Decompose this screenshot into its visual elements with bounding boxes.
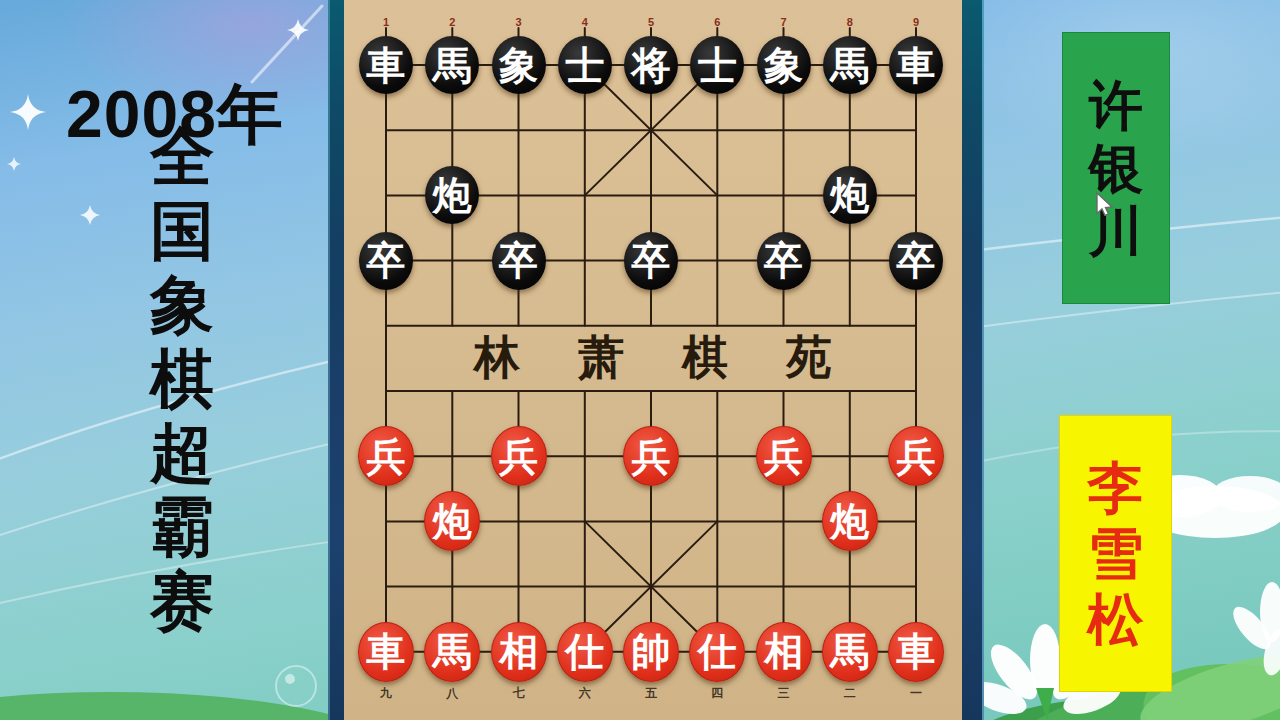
piece-black-卒-f9r4[interactable]: 卒 [889,232,943,290]
piece-red-炮-f8r8[interactable]: 炮 [822,491,878,551]
piece-black-卒-f1r4[interactable]: 卒 [359,232,413,290]
piece-black-車-f9r1[interactable]: 車 [889,36,943,94]
board-frame-right [962,0,984,720]
piece-red-兵-f1r7[interactable]: 兵 [358,426,414,486]
river-watermark-char: 林 [474,327,520,389]
event-name-vertical: 全国象棋超霸赛 [142,120,222,638]
file-label: 二 [844,685,856,702]
vertical-char: 赛 [150,564,214,638]
piece-red-兵-f7r7[interactable]: 兵 [756,426,812,486]
piece-red-馬-f2r10[interactable]: 馬 [424,622,480,682]
piece-red-車-f1r10[interactable]: 車 [358,622,414,682]
piece-black-象-f7r1[interactable]: 象 [757,36,811,94]
vertical-char: 超 [150,416,214,490]
piece-red-車-f9r10[interactable]: 車 [888,622,944,682]
piece-black-象-f3r1[interactable]: 象 [492,36,546,94]
vertical-char: 李 [1088,455,1144,521]
river-watermark-char: 棋 [682,327,728,389]
file-label: 三 [778,685,790,702]
file-label: 八 [446,685,458,702]
piece-black-卒-f7r4[interactable]: 卒 [757,232,811,290]
piece-red-帥-f5r10[interactable]: 帥 [623,622,679,682]
piece-black-炮-f8r3[interactable]: 炮 [823,166,877,224]
file-label: 四 [711,685,723,702]
vertical-char: 全 [150,120,214,194]
piece-red-仕-f6r10[interactable]: 仕 [689,622,745,682]
piece-red-兵-f5r7[interactable]: 兵 [623,426,679,486]
piece-black-卒-f3r4[interactable]: 卒 [492,232,546,290]
player-name-top: 许银川 [1062,32,1170,304]
river-watermark: 林萧棋苑 [344,329,962,387]
player-name-bottom: 李雪松 [1059,415,1172,692]
mouse-cursor-icon [1088,186,1114,216]
piece-red-馬-f8r10[interactable]: 馬 [822,622,878,682]
file-label: 六 [579,685,591,702]
river-watermark-char: 萧 [578,327,624,389]
file-label: 五 [645,685,657,702]
piece-black-馬-f2r1[interactable]: 馬 [425,36,479,94]
vertical-char: 雪 [1088,521,1144,587]
vertical-char: 棋 [150,342,214,416]
piece-black-士-f4r1[interactable]: 士 [558,36,612,94]
bubble [276,666,316,706]
piece-red-相-f3r10[interactable]: 相 [491,622,547,682]
xiangqi-board[interactable]: 123456789 林萧棋苑 九八七六五四三二一 車馬象士将士象馬車炮炮卒卒卒卒… [344,0,962,720]
file-label: 5 [648,16,654,28]
file-label: 7 [780,16,786,28]
river-watermark-char: 苑 [786,327,832,389]
piece-red-兵-f3r7[interactable]: 兵 [491,426,547,486]
piece-black-馬-f8r1[interactable]: 馬 [823,36,877,94]
piece-black-将-f5r1[interactable]: 将 [624,36,678,94]
piece-red-仕-f4r10[interactable]: 仕 [557,622,613,682]
piece-black-車-f1r1[interactable]: 車 [359,36,413,94]
file-label: 九 [380,685,392,702]
file-label: 8 [847,16,853,28]
vertical-char: 国 [150,194,214,268]
vertical-char: 霸 [150,490,214,564]
file-label: 3 [515,16,521,28]
piece-black-卒-f5r4[interactable]: 卒 [624,232,678,290]
vertical-char: 许 [1089,74,1143,137]
file-label: 6 [714,16,720,28]
file-label: 七 [513,685,525,702]
piece-black-士-f6r1[interactable]: 士 [690,36,744,94]
file-label: 一 [910,685,922,702]
vertical-char: 松 [1088,587,1144,653]
vertical-char: 象 [150,268,214,342]
piece-black-炮-f2r3[interactable]: 炮 [425,166,479,224]
piece-red-相-f7r10[interactable]: 相 [756,622,812,682]
file-label: 4 [582,16,588,28]
file-label: 1 [383,16,389,28]
piece-red-兵-f9r7[interactable]: 兵 [888,426,944,486]
file-label: 2 [449,16,455,28]
file-label: 9 [913,16,919,28]
piece-red-炮-f2r8[interactable]: 炮 [424,491,480,551]
